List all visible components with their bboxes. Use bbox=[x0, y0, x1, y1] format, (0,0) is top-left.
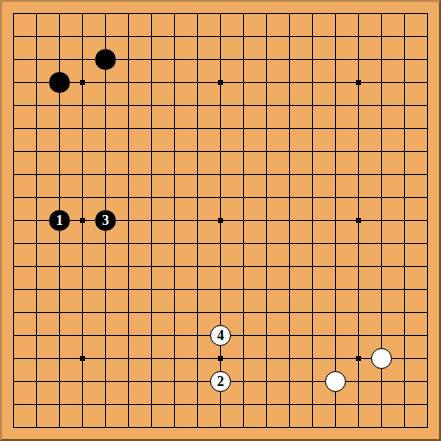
star-point bbox=[80, 356, 85, 361]
stone-black-e17[interactable] bbox=[95, 49, 116, 70]
goban[interactable]: 1342 bbox=[2, 2, 439, 439]
star-point bbox=[356, 80, 361, 85]
stone-black-move-1[interactable]: 1 bbox=[49, 210, 70, 231]
star-point bbox=[218, 356, 223, 361]
star-point bbox=[80, 80, 85, 85]
star-point bbox=[218, 80, 223, 85]
go-board-diagram: 1342 bbox=[0, 0, 441, 441]
stone-white-move-4[interactable]: 4 bbox=[210, 325, 231, 346]
stone-white-p3[interactable] bbox=[325, 371, 346, 392]
star-point bbox=[218, 218, 223, 223]
stone-black-move-3[interactable]: 3 bbox=[95, 210, 116, 231]
stone-white-r4[interactable] bbox=[371, 348, 392, 369]
stone-white-move-2[interactable]: 2 bbox=[210, 371, 231, 392]
star-point bbox=[80, 218, 85, 223]
star-point bbox=[356, 356, 361, 361]
move-number: 4 bbox=[217, 329, 224, 343]
move-number: 3 bbox=[102, 214, 109, 228]
move-number: 2 bbox=[217, 375, 224, 389]
move-number: 1 bbox=[56, 214, 63, 228]
stone-black-c16[interactable] bbox=[49, 72, 70, 93]
star-point bbox=[356, 218, 361, 223]
